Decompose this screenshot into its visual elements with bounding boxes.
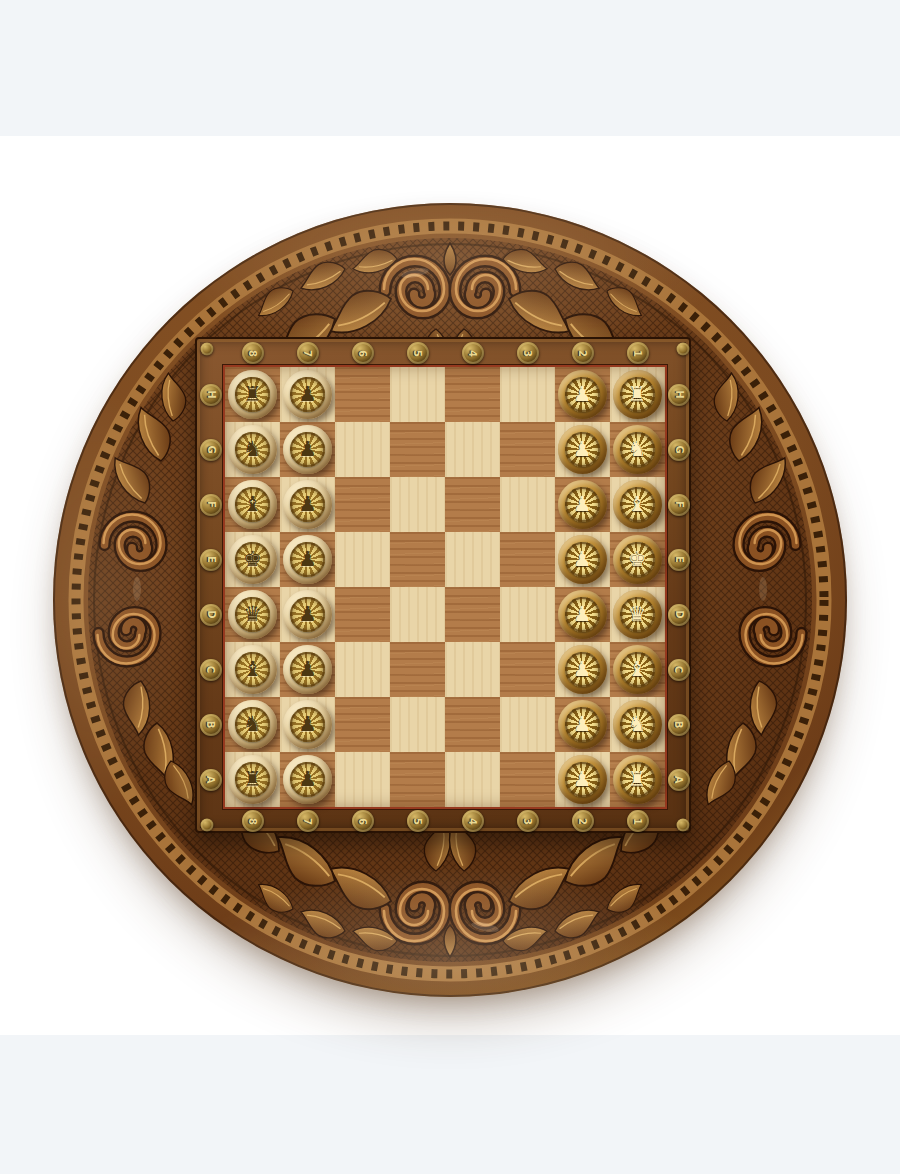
square-b5[interactable] xyxy=(390,697,445,752)
piece-top-medallion: ♞ xyxy=(620,432,655,467)
square-f5[interactable] xyxy=(390,477,445,532)
coord-disc-right-b: B xyxy=(668,714,690,736)
piece-top-medallion: ♟ xyxy=(565,432,600,467)
square-g3[interactable] xyxy=(500,422,555,477)
piece-glyph: ♟ xyxy=(573,659,592,680)
piece-glyph: ♟ xyxy=(573,439,592,460)
square-h1[interactable]: ♜ xyxy=(610,367,665,422)
piece-top-medallion: ♟ xyxy=(290,597,325,632)
square-b1[interactable]: ♞ xyxy=(610,697,665,752)
piece-top-medallion: ♟ xyxy=(565,762,600,797)
piece-glyph: ♟ xyxy=(573,549,592,570)
piece-glyph: ♟ xyxy=(573,494,592,515)
piece-top-medallion: ♟ xyxy=(565,542,600,577)
coord-disc-left-a: A xyxy=(200,769,222,791)
black-knight[interactable]: ♞ xyxy=(228,700,277,749)
corner-stud-3 xyxy=(201,819,214,832)
coord-disc-left-b: B xyxy=(200,714,222,736)
piece-glyph: ♞ xyxy=(628,439,647,460)
square-d2[interactable]: ♟ xyxy=(555,587,610,642)
piece-glyph: ♞ xyxy=(243,439,262,460)
square-e1[interactable]: ♚ xyxy=(610,532,665,587)
coord-disc-left-f: F xyxy=(200,494,222,516)
piece-top-medallion: ♟ xyxy=(290,487,325,522)
corner-stud-1 xyxy=(201,343,214,356)
coord-disc-bottom-2: 2 xyxy=(572,810,594,832)
piece-top-medallion: ♟ xyxy=(565,487,600,522)
square-e7[interactable]: ♟ xyxy=(280,532,335,587)
coord-disc-top-3: 3 xyxy=(517,342,539,364)
piece-glyph: ♟ xyxy=(573,604,592,625)
piece-glyph: ♟ xyxy=(298,439,317,460)
square-c1[interactable]: ♝ xyxy=(610,642,665,697)
piece-top-medallion: ♜ xyxy=(235,762,270,797)
piece-glyph: ♞ xyxy=(243,714,262,735)
black-pawn[interactable]: ♟ xyxy=(283,535,332,584)
piece-glyph: ♜ xyxy=(628,384,647,405)
background-band-bottom xyxy=(0,1035,900,1174)
corner-stud-2 xyxy=(677,343,690,356)
coord-disc-top-1: 1 xyxy=(627,342,649,364)
coord-disc-top-7: 7 xyxy=(297,342,319,364)
piece-top-medallion: ♜ xyxy=(620,762,655,797)
piece-top-medallion: ♞ xyxy=(620,707,655,742)
square-b8[interactable]: ♞ xyxy=(225,697,280,752)
square-c7[interactable]: ♟ xyxy=(280,642,335,697)
coord-disc-bottom-5: 5 xyxy=(407,810,429,832)
black-bishop[interactable]: ♝ xyxy=(228,645,277,694)
square-d8[interactable]: ♛ xyxy=(225,587,280,642)
coord-disc-right-f: F xyxy=(668,494,690,516)
square-d6[interactable] xyxy=(335,587,390,642)
piece-glyph: ♟ xyxy=(573,769,592,790)
white-rook[interactable]: ♜ xyxy=(613,755,662,804)
square-b7[interactable]: ♟ xyxy=(280,697,335,752)
piece-top-medallion: ♚ xyxy=(620,542,655,577)
black-pawn[interactable]: ♟ xyxy=(283,645,332,694)
chess-board[interactable]: ♜♟♟♜♞♟♟♞♝♟♟♝♚♟♟♚♛♟♟♛♝♟♟♝♞♟♟♞♜♟♟♜ xyxy=(223,365,667,809)
piece-glyph: ♝ xyxy=(628,494,647,515)
square-f7[interactable]: ♟ xyxy=(280,477,335,532)
square-e5[interactable] xyxy=(390,532,445,587)
piece-top-medallion: ♞ xyxy=(235,707,270,742)
white-pawn[interactable]: ♟ xyxy=(558,700,607,749)
piece-glyph: ♜ xyxy=(243,769,262,790)
piece-top-medallion: ♚ xyxy=(235,542,270,577)
coord-disc-bottom-8: 8 xyxy=(242,810,264,832)
piece-glyph: ♟ xyxy=(298,604,317,625)
coord-disc-right-d: D xyxy=(668,604,690,626)
square-b6[interactable] xyxy=(335,697,390,752)
piece-glyph: ♟ xyxy=(298,769,317,790)
coord-disc-left-d: D xyxy=(200,604,222,626)
square-e8[interactable]: ♚ xyxy=(225,532,280,587)
square-f4[interactable] xyxy=(445,477,500,532)
coord-disc-right-e: E xyxy=(668,549,690,571)
coord-disc-top-6: 6 xyxy=(352,342,374,364)
square-d1[interactable]: ♛ xyxy=(610,587,665,642)
piece-glyph: ♜ xyxy=(243,384,262,405)
square-d3[interactable] xyxy=(500,587,555,642)
piece-glyph: ♜ xyxy=(628,769,647,790)
black-pawn[interactable]: ♟ xyxy=(283,425,332,474)
piece-glyph: ♚ xyxy=(243,549,262,570)
square-d7[interactable]: ♟ xyxy=(280,587,335,642)
piece-top-medallion: ♟ xyxy=(565,597,600,632)
white-bishop[interactable]: ♝ xyxy=(613,645,662,694)
piece-glyph: ♟ xyxy=(298,384,317,405)
square-c6[interactable] xyxy=(335,642,390,697)
white-rook[interactable]: ♜ xyxy=(613,370,662,419)
square-f6[interactable] xyxy=(335,477,390,532)
piece-glyph: ♟ xyxy=(298,659,317,680)
square-h5[interactable] xyxy=(390,367,445,422)
piece-glyph: ♞ xyxy=(628,714,647,735)
white-pawn[interactable]: ♟ xyxy=(558,590,607,639)
square-c8[interactable]: ♝ xyxy=(225,642,280,697)
square-h3[interactable] xyxy=(500,367,555,422)
square-d4[interactable] xyxy=(445,587,500,642)
carved-round-chess-table: ♜♟♟♜♞♟♟♞♝♟♟♝♚♟♟♚♛♟♟♛♝♟♟♝♞♟♟♞♜♟♟♜ 8765432… xyxy=(53,203,847,997)
chess-board-frame: ♜♟♟♜♞♟♟♞♝♟♟♝♚♟♟♚♛♟♟♛♝♟♟♝♞♟♟♞♜♟♟♜ 8765432… xyxy=(195,337,691,833)
square-g4[interactable] xyxy=(445,422,500,477)
coord-disc-bottom-7: 7 xyxy=(297,810,319,832)
black-pawn[interactable]: ♟ xyxy=(283,755,332,804)
coord-disc-right-a: A xyxy=(668,769,690,791)
square-f8[interactable]: ♝ xyxy=(225,477,280,532)
square-a4[interactable] xyxy=(445,752,500,807)
piece-top-medallion: ♟ xyxy=(290,707,325,742)
white-king[interactable]: ♚ xyxy=(613,535,662,584)
black-pawn[interactable]: ♟ xyxy=(283,700,332,749)
square-e4[interactable] xyxy=(445,532,500,587)
square-a2[interactable]: ♟ xyxy=(555,752,610,807)
piece-top-medallion: ♟ xyxy=(565,377,600,412)
square-f3[interactable] xyxy=(500,477,555,532)
coord-disc-top-4: 4 xyxy=(462,342,484,364)
coord-disc-left-e: E xyxy=(200,549,222,571)
square-g1[interactable]: ♞ xyxy=(610,422,665,477)
white-pawn[interactable]: ♟ xyxy=(558,370,607,419)
piece-top-medallion: ♛ xyxy=(235,597,270,632)
square-h8[interactable]: ♜ xyxy=(225,367,280,422)
piece-glyph: ♚ xyxy=(628,549,647,570)
black-queen[interactable]: ♛ xyxy=(228,590,277,639)
coord-disc-left-c: C xyxy=(200,659,222,681)
square-b4[interactable] xyxy=(445,697,500,752)
white-queen[interactable]: ♛ xyxy=(613,590,662,639)
black-knight[interactable]: ♞ xyxy=(228,425,277,474)
square-f2[interactable]: ♟ xyxy=(555,477,610,532)
piece-glyph: ♟ xyxy=(298,549,317,570)
piece-top-medallion: ♟ xyxy=(290,542,325,577)
square-b3[interactable] xyxy=(500,697,555,752)
piece-glyph: ♟ xyxy=(298,494,317,515)
square-g6[interactable] xyxy=(335,422,390,477)
black-pawn[interactable]: ♟ xyxy=(283,370,332,419)
piece-glyph: ♝ xyxy=(628,659,647,680)
piece-top-medallion: ♟ xyxy=(565,652,600,687)
piece-top-medallion: ♟ xyxy=(290,652,325,687)
coord-disc-top-8: 8 xyxy=(242,342,264,364)
square-e6[interactable] xyxy=(335,532,390,587)
coord-disc-bottom-3: 3 xyxy=(517,810,539,832)
square-a5[interactable] xyxy=(390,752,445,807)
coord-disc-right-h: H xyxy=(668,384,690,406)
black-rook[interactable]: ♜ xyxy=(228,755,277,804)
black-rook[interactable]: ♜ xyxy=(228,370,277,419)
square-g8[interactable]: ♞ xyxy=(225,422,280,477)
piece-glyph: ♝ xyxy=(243,659,262,680)
white-bishop[interactable]: ♝ xyxy=(613,480,662,529)
square-f1[interactable]: ♝ xyxy=(610,477,665,532)
piece-top-medallion: ♜ xyxy=(620,377,655,412)
piece-top-medallion: ♝ xyxy=(235,487,270,522)
piece-glyph: ♛ xyxy=(628,604,647,625)
piece-top-medallion: ♟ xyxy=(565,707,600,742)
square-a1[interactable]: ♜ xyxy=(610,752,665,807)
black-king[interactable]: ♚ xyxy=(228,535,277,584)
white-knight[interactable]: ♞ xyxy=(613,425,662,474)
coord-disc-bottom-1: 1 xyxy=(627,810,649,832)
square-h6[interactable] xyxy=(335,367,390,422)
square-g2[interactable]: ♟ xyxy=(555,422,610,477)
piece-glyph: ♟ xyxy=(573,714,592,735)
square-e3[interactable] xyxy=(500,532,555,587)
black-bishop[interactable]: ♝ xyxy=(228,480,277,529)
white-pawn[interactable]: ♟ xyxy=(558,645,607,694)
white-pawn[interactable]: ♟ xyxy=(558,425,607,474)
square-c3[interactable] xyxy=(500,642,555,697)
white-pawn[interactable]: ♟ xyxy=(558,755,607,804)
square-h2[interactable]: ♟ xyxy=(555,367,610,422)
piece-top-medallion: ♝ xyxy=(620,652,655,687)
piece-glyph: ♟ xyxy=(298,714,317,735)
background-band-top xyxy=(0,0,900,136)
coord-disc-left-g: G xyxy=(200,439,222,461)
square-g5[interactable] xyxy=(390,422,445,477)
white-pawn[interactable]: ♟ xyxy=(558,480,607,529)
black-pawn[interactable]: ♟ xyxy=(283,590,332,639)
black-pawn[interactable]: ♟ xyxy=(283,480,332,529)
square-c4[interactable] xyxy=(445,642,500,697)
square-a8[interactable]: ♜ xyxy=(225,752,280,807)
piece-top-medallion: ♟ xyxy=(290,762,325,797)
square-a7[interactable]: ♟ xyxy=(280,752,335,807)
coord-disc-bottom-6: 6 xyxy=(352,810,374,832)
white-pawn[interactable]: ♟ xyxy=(558,535,607,584)
piece-glyph: ♝ xyxy=(243,494,262,515)
square-d5[interactable] xyxy=(390,587,445,642)
coord-disc-top-5: 5 xyxy=(407,342,429,364)
corner-stud-4 xyxy=(677,819,690,832)
piece-top-medallion: ♝ xyxy=(235,652,270,687)
piece-glyph: ♟ xyxy=(573,384,592,405)
square-b2[interactable]: ♟ xyxy=(555,697,610,752)
coord-disc-right-c: C xyxy=(668,659,690,681)
coord-disc-left-h: H xyxy=(200,384,222,406)
square-c2[interactable]: ♟ xyxy=(555,642,610,697)
piece-top-medallion: ♝ xyxy=(620,487,655,522)
square-a3[interactable] xyxy=(500,752,555,807)
square-a6[interactable] xyxy=(335,752,390,807)
piece-top-medallion: ♞ xyxy=(235,432,270,467)
piece-glyph: ♛ xyxy=(243,604,262,625)
square-h4[interactable] xyxy=(445,367,500,422)
piece-top-medallion: ♟ xyxy=(290,377,325,412)
coord-disc-right-g: G xyxy=(668,439,690,461)
square-e2[interactable]: ♟ xyxy=(555,532,610,587)
coord-disc-top-2: 2 xyxy=(572,342,594,364)
piece-top-medallion: ♜ xyxy=(235,377,270,412)
square-c5[interactable] xyxy=(390,642,445,697)
white-knight[interactable]: ♞ xyxy=(613,700,662,749)
piece-top-medallion: ♛ xyxy=(620,597,655,632)
coord-disc-bottom-4: 4 xyxy=(462,810,484,832)
piece-top-medallion: ♟ xyxy=(290,432,325,467)
product-photo-stage: ♜♟♟♜♞♟♟♞♝♟♟♝♚♟♟♚♛♟♟♛♝♟♟♝♞♟♟♞♜♟♟♜ 8765432… xyxy=(0,0,900,1174)
square-h7[interactable]: ♟ xyxy=(280,367,335,422)
square-g7[interactable]: ♟ xyxy=(280,422,335,477)
